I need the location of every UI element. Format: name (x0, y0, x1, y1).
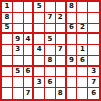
cell-r8c4-given[interactable]: 3 (34, 77, 45, 88)
cell-r1c1-given[interactable]: 1 (2, 2, 13, 13)
cell-r3c1-given[interactable]: 5 (2, 24, 13, 35)
cell-r2c4[interactable] (34, 13, 45, 24)
cell-r6c4[interactable] (34, 56, 45, 67)
cell-r4c5-given[interactable]: 5 (45, 34, 56, 45)
cell-r2c1-given[interactable]: 8 (2, 13, 13, 24)
cell-r1c3[interactable] (24, 2, 35, 13)
cell-r4c7[interactable] (67, 34, 78, 45)
cell-r3c8-given[interactable]: 2 (77, 24, 88, 35)
cell-r8c1[interactable] (2, 77, 13, 88)
cell-r8c9-given[interactable]: 7 (88, 77, 99, 88)
cell-r5c6-given[interactable]: 7 (56, 45, 67, 56)
cell-r3c9[interactable] (88, 24, 99, 35)
cell-r5c8-given[interactable]: 1 (77, 45, 88, 56)
cell-r3c3[interactable] (24, 24, 35, 35)
cell-r9c2[interactable] (13, 88, 24, 99)
cell-r6c3[interactable] (24, 56, 35, 67)
cell-r7c3-given[interactable]: 6 (24, 67, 35, 78)
cell-r1c2[interactable] (13, 2, 24, 13)
cell-r9c8[interactable] (77, 88, 88, 99)
cell-r9c6-given[interactable]: 8 (56, 88, 67, 99)
cell-r7c5[interactable] (45, 67, 56, 78)
cell-r6c9[interactable] (88, 56, 99, 67)
cell-r6c6[interactable] (56, 56, 67, 67)
cell-r5c9[interactable] (88, 45, 99, 56)
cell-r7c4[interactable] (34, 67, 45, 78)
cell-r1c9[interactable] (88, 2, 99, 13)
cell-r9c5[interactable] (45, 88, 56, 99)
cell-r4c9[interactable] (88, 34, 99, 45)
cell-r5c2-given[interactable]: 3 (13, 45, 24, 56)
cell-r8c6[interactable] (56, 77, 67, 88)
cell-r2c8[interactable] (77, 13, 88, 24)
cell-r3c4[interactable] (34, 24, 45, 35)
cell-r8c2[interactable] (13, 77, 24, 88)
cell-r9c9-given[interactable]: 6 (88, 88, 99, 99)
cell-r6c8-given[interactable]: 6 (77, 56, 88, 67)
cell-r4c6[interactable] (56, 34, 67, 45)
cell-r8c5-given[interactable]: 6 (45, 77, 56, 88)
cell-r4c4[interactable] (34, 34, 45, 45)
cell-r9c3-given[interactable]: 7 (24, 88, 35, 99)
cell-r6c1[interactable] (2, 56, 13, 67)
cell-r5c7[interactable] (67, 45, 78, 56)
cell-r8c8[interactable] (77, 77, 88, 88)
cell-r6c7-given[interactable]: 9 (67, 56, 78, 67)
cell-r4c2-given[interactable]: 9 (13, 34, 24, 45)
cell-r2c7[interactable] (67, 13, 78, 24)
cell-r5c3[interactable] (24, 45, 35, 56)
cell-r4c3-given[interactable]: 4 (24, 34, 35, 45)
cell-r7c1[interactable] (2, 67, 13, 78)
cell-r1c6[interactable] (56, 2, 67, 13)
cell-r2c9[interactable] (88, 13, 99, 24)
cell-r1c7-given[interactable]: 8 (67, 2, 78, 13)
cell-r3c7-given[interactable]: 6 (67, 24, 78, 35)
cell-r9c4[interactable] (34, 88, 45, 99)
cell-r4c8[interactable] (77, 34, 88, 45)
cell-r1c5[interactable] (45, 2, 56, 13)
cell-r8c7[interactable] (67, 77, 78, 88)
cell-r4c1[interactable] (2, 34, 13, 45)
cell-r5c4-given[interactable]: 4 (34, 45, 45, 56)
cell-r2c5-given[interactable]: 7 (45, 13, 56, 24)
cell-r6c5-given[interactable]: 8 (45, 56, 56, 67)
cell-r2c3[interactable] (24, 13, 35, 24)
cell-r7c6[interactable] (56, 67, 67, 78)
cell-r2c2[interactable] (13, 13, 24, 24)
cell-r9c1[interactable] (2, 88, 13, 99)
cell-r1c8[interactable] (77, 2, 88, 13)
cell-r2c6-given[interactable]: 2 (56, 13, 67, 24)
sudoku-board: 1588725629453471896563367786 (0, 0, 101, 101)
cell-r7c2-given[interactable]: 5 (13, 67, 24, 78)
cell-r1c4-given[interactable]: 5 (34, 2, 45, 13)
cell-r5c1[interactable] (2, 45, 13, 56)
cell-r5c5[interactable] (45, 45, 56, 56)
cell-r7c7[interactable] (67, 67, 78, 78)
cell-r7c8[interactable] (77, 67, 88, 78)
cell-r3c2[interactable] (13, 24, 24, 35)
cell-r3c6[interactable] (56, 24, 67, 35)
cell-r7c9-given[interactable]: 3 (88, 67, 99, 78)
cell-r3c5[interactable] (45, 24, 56, 35)
cell-r9c7[interactable] (67, 88, 78, 99)
cell-r8c3[interactable] (24, 77, 35, 88)
cell-r6c2[interactable] (13, 56, 24, 67)
